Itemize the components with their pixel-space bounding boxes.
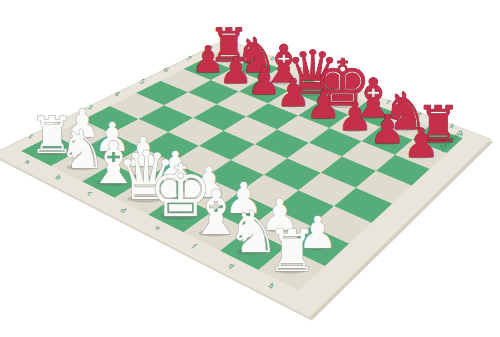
piece-red-pawn-d7[interactable]: ♟ xyxy=(276,71,310,115)
chess-set-photo: aabbccddeeffgghh12345678♜♞♟♝♟♛♟♚♟♝♟♞♟♟♜♟… xyxy=(0,0,500,337)
piece-white-rook-h1[interactable]: ♜ xyxy=(266,218,318,285)
piece-red-pawn-h7[interactable]: ♟ xyxy=(403,120,439,166)
piece-red-pawn-f7[interactable]: ♟ xyxy=(338,94,373,139)
chessboard: aabbccddeeffgghh12345678♜♞♟♝♟♛♟♚♟♝♟♞♟♟♜♟… xyxy=(0,0,500,337)
piece-red-pawn-g7[interactable]: ♟ xyxy=(370,106,405,152)
piece-red-pawn-e7[interactable]: ♟ xyxy=(306,82,341,127)
